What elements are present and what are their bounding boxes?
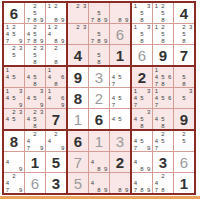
pencil-mark-4: 4 <box>132 116 139 123</box>
pencil-mark-6: 6 <box>166 74 173 81</box>
pencil-marks: 2479 <box>25 131 45 151</box>
cell-r6c5[interactable]: 6 <box>89 109 109 129</box>
pencil-mark-1: 1 <box>132 3 139 10</box>
box-6: 21456785813457145673534584589 <box>132 67 194 129</box>
sudoku-app: 6257891289124579245789124892352358282357… <box>0 0 200 199</box>
cell-r7c3[interactable]: 249 <box>46 131 66 151</box>
pencil-marks: 4789 <box>132 173 152 193</box>
pencil-marks: 249 <box>46 131 66 151</box>
pencil-mark-1: 1 <box>4 67 11 74</box>
given-digit: 4 <box>74 48 82 63</box>
pencil-mark-2: 2 <box>160 3 167 10</box>
pencil-marks: 23 <box>68 3 88 23</box>
pencil-mark-9: 9 <box>59 16 66 23</box>
pencil-mark-2: 2 <box>11 109 18 116</box>
pencil-mark-5: 5 <box>181 74 188 81</box>
cell-r1c9[interactable]: 4 <box>174 3 194 23</box>
box-4: 145458146813459345914692345234587 <box>4 67 66 129</box>
pencil-mark-9: 9 <box>102 186 109 193</box>
pencil-mark-5: 5 <box>160 138 167 145</box>
pencil-mark-2: 2 <box>32 24 39 31</box>
cell-r7c5[interactable]: 1 <box>89 131 109 151</box>
cell-r4c9[interactable]: 58 <box>174 67 194 87</box>
pencil-marks: 5789 <box>89 3 109 23</box>
pencil-mark-5: 5 <box>160 74 167 81</box>
given-digit: 9 <box>180 112 188 127</box>
pencil-mark-8: 8 <box>160 37 167 44</box>
pencil-mark-8: 8 <box>139 16 146 23</box>
given-digit: 2 <box>138 70 146 85</box>
given-digit: 4 <box>180 6 188 21</box>
cell-r7c4[interactable]: 6 <box>68 131 88 151</box>
cell-r7c2[interactable]: 2479 <box>25 131 45 151</box>
cell-r6c2[interactable]: 23458 <box>25 109 45 129</box>
cell-r5c4[interactable]: 8 <box>68 88 88 108</box>
pencil-marks: 3459 <box>25 88 45 108</box>
pencil-mark-5: 5 <box>32 52 39 59</box>
pencil-marks: 28 <box>46 45 66 65</box>
pencil-mark-9: 9 <box>145 165 152 172</box>
pencil-marks: 2479 <box>4 173 24 193</box>
cell-r7c8[interactable]: 2457 <box>153 131 173 151</box>
cell-r8c5[interactable]: 489 <box>89 152 109 172</box>
pencil-marks: 235 <box>4 45 24 65</box>
pencil-mark-4: 4 <box>89 159 96 166</box>
pencil-mark-3: 3 <box>17 109 24 116</box>
pencil-mark-4: 4 <box>4 95 11 102</box>
pencil-marks: 458 <box>25 67 45 87</box>
pencil-mark-9: 9 <box>123 186 130 193</box>
cell-r3c7[interactable]: 6 <box>132 45 152 65</box>
pencil-mark-7: 7 <box>132 186 139 193</box>
cell-r4c1[interactable]: 145 <box>4 67 24 87</box>
pencil-mark-5: 5 <box>181 95 188 102</box>
cell-r3c6[interactable]: 1 <box>110 45 130 65</box>
pencil-mark-5: 5 <box>181 138 188 145</box>
pencil-mark-4: 4 <box>153 74 160 81</box>
pencil-mark-5: 5 <box>139 138 146 145</box>
pencil-mark-7: 7 <box>89 16 96 23</box>
box-7: 824792494915247963 <box>4 131 66 193</box>
pencil-mark-5: 5 <box>160 10 167 17</box>
given-digit: 2 <box>116 155 124 170</box>
given-digit: 8 <box>74 91 82 106</box>
pencil-mark-4: 4 <box>132 138 139 145</box>
pencil-mark-7: 7 <box>89 37 96 44</box>
given-digit: 8 <box>10 134 18 149</box>
cell-r4c5[interactable]: 3 <box>89 67 109 87</box>
pencil-marks: 3458 <box>132 109 152 129</box>
pencil-mark-1: 1 <box>46 24 53 31</box>
pencil-mark-1: 1 <box>4 24 11 31</box>
cell-r8c7[interactable]: 489 <box>132 152 152 172</box>
cell-r8c3[interactable]: 5 <box>46 152 66 172</box>
pencil-mark-5: 5 <box>160 116 167 123</box>
pencil-mark-9: 9 <box>17 37 24 44</box>
pencil-marks: 2478 <box>153 173 173 193</box>
pencil-mark-5: 5 <box>32 10 39 17</box>
cell-r5c9[interactable]: 35 <box>174 88 194 108</box>
pencil-marks: 145678 <box>153 67 173 87</box>
pencil-marks: 35 <box>174 88 194 108</box>
pencil-mark-9: 9 <box>145 144 152 151</box>
cell-r8c6[interactable]: 2 <box>110 152 130 172</box>
pencil-marks: 89 <box>110 3 130 23</box>
cell-r2c8[interactable]: 1258 <box>153 24 173 44</box>
pencil-mark-3: 3 <box>187 24 194 31</box>
entered-digit: 1 <box>74 112 82 127</box>
cell-r3c3[interactable]: 28 <box>46 45 66 65</box>
pencil-marks: 23 <box>68 24 88 44</box>
pencil-mark-8: 8 <box>160 122 167 129</box>
cell-r9c9[interactable]: 1 <box>174 173 194 193</box>
cell-r2c1[interactable]: 124579 <box>4 24 24 44</box>
cell-r6c6[interactable]: 45 <box>110 109 130 129</box>
pencil-mark-9: 9 <box>38 101 45 108</box>
cell-r3c9[interactable]: 7 <box>174 45 194 65</box>
pencil-mark-4: 4 <box>25 31 32 38</box>
pencil-mark-8: 8 <box>96 37 103 44</box>
entered-digit: 2 <box>95 91 103 106</box>
cell-r2c2[interactable]: 245789 <box>25 24 45 44</box>
pencil-marks: 23458 <box>25 109 45 129</box>
cell-r1c7[interactable]: 1358 <box>132 3 152 23</box>
cell-r3c4[interactable]: 4 <box>68 45 88 65</box>
pencil-mark-8: 8 <box>53 80 60 87</box>
pencil-mark-9: 9 <box>102 16 109 23</box>
entered-digit: 7 <box>74 155 82 170</box>
cell-r1c8[interactable]: 1258 <box>153 3 173 23</box>
pencil-mark-5: 5 <box>96 52 103 59</box>
pencil-mark-8: 8 <box>96 58 103 65</box>
cell-r5c3[interactable]: 1469 <box>46 88 66 108</box>
pencil-mark-3: 3 <box>145 109 152 116</box>
cell-r5c7[interactable]: 13457 <box>132 88 152 108</box>
pencil-marks: 2345 <box>4 109 24 129</box>
pencil-marks: 489 <box>132 152 152 172</box>
box-8: 61374892548989 <box>68 131 130 193</box>
pencil-mark-7: 7 <box>110 80 117 87</box>
pencil-mark-5: 5 <box>32 74 39 81</box>
entered-digit: 6 <box>116 27 124 42</box>
pencil-mark-8: 8 <box>139 186 146 193</box>
pencil-mark-2: 2 <box>11 173 18 180</box>
entered-digit: 6 <box>138 48 146 63</box>
pencil-mark-1: 1 <box>153 3 160 10</box>
box-1: 625789128912457924578912489235235828 <box>4 3 66 65</box>
pencil-marks: 458 <box>153 109 173 129</box>
cell-r9c7[interactable]: 4789 <box>132 173 152 193</box>
given-digit: 9 <box>159 48 167 63</box>
cell-r4c7[interactable]: 2 <box>132 67 152 87</box>
pencil-mark-5: 5 <box>11 74 18 81</box>
given-digit: 6 <box>95 112 103 127</box>
cell-r8c1[interactable]: 49 <box>4 152 24 172</box>
pencil-mark-9: 9 <box>102 37 109 44</box>
pencil-marks: 45 <box>110 109 130 129</box>
pencil-mark-1: 1 <box>153 88 160 95</box>
pencil-mark-2: 2 <box>32 3 39 10</box>
pencil-mark-3: 3 <box>38 45 45 52</box>
pencil-mark-1: 1 <box>4 88 11 95</box>
cell-r3c1[interactable]: 235 <box>4 45 24 65</box>
pencil-mark-4: 4 <box>110 95 117 102</box>
pencil-mark-4: 4 <box>4 31 11 38</box>
pencil-mark-3: 3 <box>17 45 24 52</box>
pencil-mark-8: 8 <box>32 80 39 87</box>
pencil-marks: 145 <box>4 67 24 87</box>
entered-digit: 3 <box>116 134 124 149</box>
cell-r6c9[interactable]: 9 <box>174 109 194 129</box>
pencil-mark-8: 8 <box>139 165 146 172</box>
cell-r8c2[interactable]: 1 <box>25 152 45 172</box>
pencil-marks: 12489 <box>46 24 66 44</box>
pencil-marks: 1469 <box>46 88 66 108</box>
pencil-mark-8: 8 <box>32 58 39 65</box>
pencil-mark-4: 4 <box>46 138 53 145</box>
pencil-mark-4: 4 <box>110 74 117 81</box>
window-edge-strip <box>0 196 200 199</box>
pencil-mark-3: 3 <box>145 3 152 10</box>
pencil-mark-5: 5 <box>11 116 18 123</box>
cell-r6c4[interactable]: 1 <box>68 109 88 129</box>
cell-r9c2[interactable]: 6 <box>25 173 45 193</box>
cell-r5c6[interactable]: 457 <box>110 88 130 108</box>
given-digit: 5 <box>52 155 60 170</box>
pencil-mark-8: 8 <box>96 165 103 172</box>
cell-r9c4[interactable]: 5 <box>68 173 88 193</box>
cell-r8c9[interactable]: 6 <box>174 152 194 172</box>
pencil-mark-8: 8 <box>53 58 60 65</box>
box-2: 2357898923578964581 <box>68 3 130 65</box>
pencil-marks: 14567 <box>153 88 173 108</box>
pencil-mark-7: 7 <box>4 37 11 44</box>
pencil-mark-8: 8 <box>139 37 146 44</box>
pencil-mark-2: 2 <box>11 45 18 52</box>
pencil-mark-4: 4 <box>25 116 32 123</box>
pencil-mark-4: 4 <box>153 116 160 123</box>
pencil-mark-4: 4 <box>46 31 53 38</box>
pencil-mark-9: 9 <box>59 101 66 108</box>
pencil-marks: 124579 <box>4 24 24 44</box>
pencil-marks: 2457 <box>153 131 173 151</box>
pencil-mark-3: 3 <box>81 3 88 10</box>
pencil-marks: 1468 <box>46 67 66 87</box>
pencil-mark-3: 3 <box>187 88 194 95</box>
pencil-mark-9: 9 <box>38 16 45 23</box>
pencil-mark-8: 8 <box>53 16 60 23</box>
cell-r2c9[interactable]: 2358 <box>174 24 194 44</box>
pencil-marks: 1358 <box>132 3 152 23</box>
cell-r2c5[interactable]: 5789 <box>89 24 109 44</box>
pencil-mark-7: 7 <box>25 37 32 44</box>
pencil-mark-8: 8 <box>96 186 103 193</box>
pencil-marks: 1289 <box>46 3 66 23</box>
pencil-mark-8: 8 <box>53 37 60 44</box>
pencil-mark-1: 1 <box>153 67 160 74</box>
pencil-mark-5: 5 <box>139 31 146 38</box>
given-digit: 1 <box>180 176 188 191</box>
pencil-mark-8: 8 <box>160 16 167 23</box>
pencil-marks: 25789 <box>25 3 45 23</box>
pencil-mark-7: 7 <box>132 144 139 151</box>
pencil-mark-9: 9 <box>17 186 24 193</box>
pencil-mark-4: 4 <box>153 180 160 187</box>
pencil-marks: 13459 <box>4 88 24 108</box>
given-digit: 7 <box>180 48 188 63</box>
pencil-mark-5: 5 <box>139 116 146 123</box>
pencil-marks: 13457 <box>132 88 152 108</box>
pencil-mark-5: 5 <box>96 31 103 38</box>
cell-r2c3[interactable]: 12489 <box>46 24 66 44</box>
pencil-mark-4: 4 <box>25 74 32 81</box>
cell-r9c6[interactable]: 89 <box>110 173 130 193</box>
pencil-mark-4: 4 <box>132 159 139 166</box>
pencil-mark-2: 2 <box>11 24 18 31</box>
cell-r4c4[interactable]: 9 <box>68 67 88 87</box>
pencil-mark-2: 2 <box>32 109 39 116</box>
cell-r7c7[interactable]: 4579 <box>132 131 152 151</box>
pencil-mark-1: 1 <box>153 24 160 31</box>
cell-r3c8[interactable]: 9 <box>153 45 173 65</box>
pencil-mark-5: 5 <box>139 10 146 17</box>
cell-r7c9[interactable]: 25 <box>174 131 194 151</box>
pencil-mark-4: 4 <box>132 180 139 187</box>
given-digit: 1 <box>31 155 39 170</box>
pencil-mark-9: 9 <box>59 37 66 44</box>
pencil-mark-4: 4 <box>4 74 11 81</box>
cell-r1c6[interactable]: 89 <box>110 3 130 23</box>
cell-r8c4[interactable]: 7 <box>68 152 88 172</box>
pencil-mark-5: 5 <box>32 95 39 102</box>
pencil-mark-7: 7 <box>153 101 160 108</box>
pencil-mark-8: 8 <box>160 80 167 87</box>
pencil-mark-4: 4 <box>153 95 160 102</box>
pencil-mark-8: 8 <box>181 80 188 87</box>
pencil-mark-4: 4 <box>110 116 117 123</box>
pencil-mark-8: 8 <box>139 122 146 129</box>
cell-r2c7[interactable]: 1358 <box>132 24 152 44</box>
pencil-marks: 1358 <box>132 24 152 44</box>
pencil-mark-3: 3 <box>38 109 45 116</box>
pencil-mark-8: 8 <box>117 16 124 23</box>
cell-r3c5[interactable]: 58 <box>89 45 109 65</box>
pencil-mark-8: 8 <box>181 37 188 44</box>
pencil-mark-1: 1 <box>46 3 53 10</box>
cell-r1c3[interactable]: 1289 <box>46 3 66 23</box>
pencil-mark-2: 2 <box>181 24 188 31</box>
cell-r5c1[interactable]: 13459 <box>4 88 24 108</box>
pencil-marks: 489 <box>89 173 109 193</box>
pencil-marks: 89 <box>110 173 130 193</box>
pencil-mark-2: 2 <box>53 24 60 31</box>
given-digit: 1 <box>116 48 124 63</box>
cell-r6c7[interactable]: 3458 <box>132 109 152 129</box>
pencil-mark-5: 5 <box>160 31 167 38</box>
pencil-mark-4: 4 <box>4 116 11 123</box>
pencil-mark-9: 9 <box>38 144 45 151</box>
pencil-mark-2: 2 <box>75 3 82 10</box>
cell-r4c2[interactable]: 458 <box>25 67 45 87</box>
pencil-mark-7: 7 <box>153 144 160 151</box>
pencil-mark-5: 5 <box>32 116 39 123</box>
pencil-mark-5: 5 <box>139 95 146 102</box>
pencil-mark-2: 2 <box>32 131 39 138</box>
cell-r3c2[interactable]: 2358 <box>25 45 45 65</box>
cell-r7c1[interactable]: 8 <box>4 131 24 151</box>
pencil-mark-9: 9 <box>102 165 109 172</box>
pencil-mark-7: 7 <box>153 80 160 87</box>
pencil-mark-8: 8 <box>32 37 39 44</box>
pencil-mark-2: 2 <box>160 24 167 31</box>
pencil-mark-4: 4 <box>46 95 53 102</box>
pencil-mark-4: 4 <box>89 180 96 187</box>
pencil-mark-4: 4 <box>132 95 139 102</box>
cell-r9c8[interactable]: 2478 <box>153 173 173 193</box>
cell-r6c3[interactable]: 7 <box>46 109 66 129</box>
pencil-mark-2: 2 <box>53 45 60 52</box>
pencil-mark-4: 4 <box>25 95 32 102</box>
pencil-mark-1: 1 <box>46 88 53 95</box>
pencil-mark-1: 1 <box>132 24 139 31</box>
given-digit: 6 <box>10 6 18 21</box>
cell-r4c8[interactable]: 145678 <box>153 67 173 87</box>
pencil-mark-2: 2 <box>53 3 60 10</box>
pencil-mark-5: 5 <box>32 31 39 38</box>
pencil-mark-7: 7 <box>25 144 32 151</box>
pencil-mark-5: 5 <box>11 95 18 102</box>
cell-r5c8[interactable]: 14567 <box>153 88 173 108</box>
cell-r6c1[interactable]: 2345 <box>4 109 24 129</box>
pencil-mark-6: 6 <box>59 95 66 102</box>
pencil-mark-3: 3 <box>17 88 24 95</box>
entered-digit: 5 <box>74 176 82 191</box>
cell-r2c4[interactable]: 23 <box>68 24 88 44</box>
pencil-marks: 245789 <box>25 24 45 44</box>
cell-r1c1[interactable]: 6 <box>4 3 24 23</box>
pencil-marks: 5789 <box>89 24 109 44</box>
pencil-mark-2: 2 <box>160 131 167 138</box>
pencil-marks: 1258 <box>153 3 173 23</box>
cell-r9c1[interactable]: 2479 <box>4 173 24 193</box>
cell-r1c2[interactable]: 25789 <box>25 3 45 23</box>
pencil-mark-8: 8 <box>96 16 103 23</box>
cell-r7c6[interactable]: 3 <box>110 131 130 151</box>
cell-r9c3[interactable]: 3 <box>46 173 66 193</box>
cell-r5c5[interactable]: 2 <box>89 88 109 108</box>
cell-r4c6[interactable]: 457 <box>110 67 130 87</box>
pencil-mark-9: 9 <box>38 37 45 44</box>
cell-r6c8[interactable]: 458 <box>153 109 173 129</box>
cell-r1c4[interactable]: 23 <box>68 3 88 23</box>
pencil-mark-9: 9 <box>17 101 24 108</box>
cell-r2c6[interactable]: 6 <box>110 24 130 44</box>
cell-r9c5[interactable]: 489 <box>89 173 109 193</box>
pencil-marks: 58 <box>89 45 109 65</box>
cell-r4c3[interactable]: 1468 <box>46 67 66 87</box>
pencil-mark-4: 4 <box>25 138 32 145</box>
pencil-mark-7: 7 <box>153 186 160 193</box>
cell-r1c5[interactable]: 5789 <box>89 3 109 23</box>
pencil-mark-2: 2 <box>32 45 39 52</box>
pencil-marks: 2358 <box>25 45 45 65</box>
cell-r8c8[interactable]: 3 <box>153 152 173 172</box>
pencil-mark-7: 7 <box>132 101 139 108</box>
cell-r5c2[interactable]: 3459 <box>25 88 45 108</box>
pencil-mark-5: 5 <box>11 52 18 59</box>
pencil-mark-5: 5 <box>181 31 188 38</box>
given-digit: 6 <box>74 134 82 149</box>
